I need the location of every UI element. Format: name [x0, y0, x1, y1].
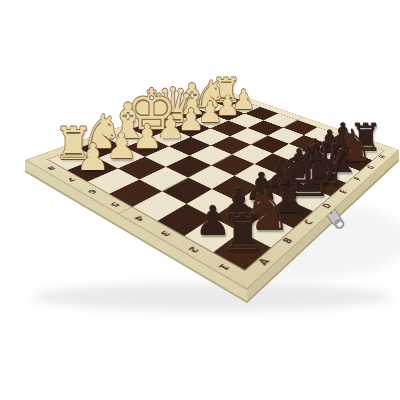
file-label-d: D [323, 203, 334, 209]
rank-label-3: 3 [158, 229, 171, 237]
file-label-f: F [354, 177, 363, 182]
rank-label-6: 6 [85, 188, 97, 194]
chess-set-photo: ABCDEFGH 12345678 ♜♞♝♚♛♝♞♜♟♟♟♟♟♟♟♟♟♟♟♟♟♟… [0, 0, 400, 400]
file-label-e: E [340, 189, 350, 194]
file-label-g: G [367, 165, 376, 170]
file-label-c: C [304, 219, 315, 226]
rank-label-7: 7 [64, 176, 75, 181]
rank-label-2: 2 [185, 245, 198, 253]
rank-label-8: 8 [45, 165, 56, 170]
rank-label-1: 1 [215, 262, 228, 271]
file-label-h: H [379, 155, 388, 159]
rank-label-5: 5 [108, 201, 120, 207]
file-label-a: A [259, 258, 273, 267]
file-label-b: B [283, 237, 295, 245]
rank-label-4: 4 [132, 214, 144, 221]
